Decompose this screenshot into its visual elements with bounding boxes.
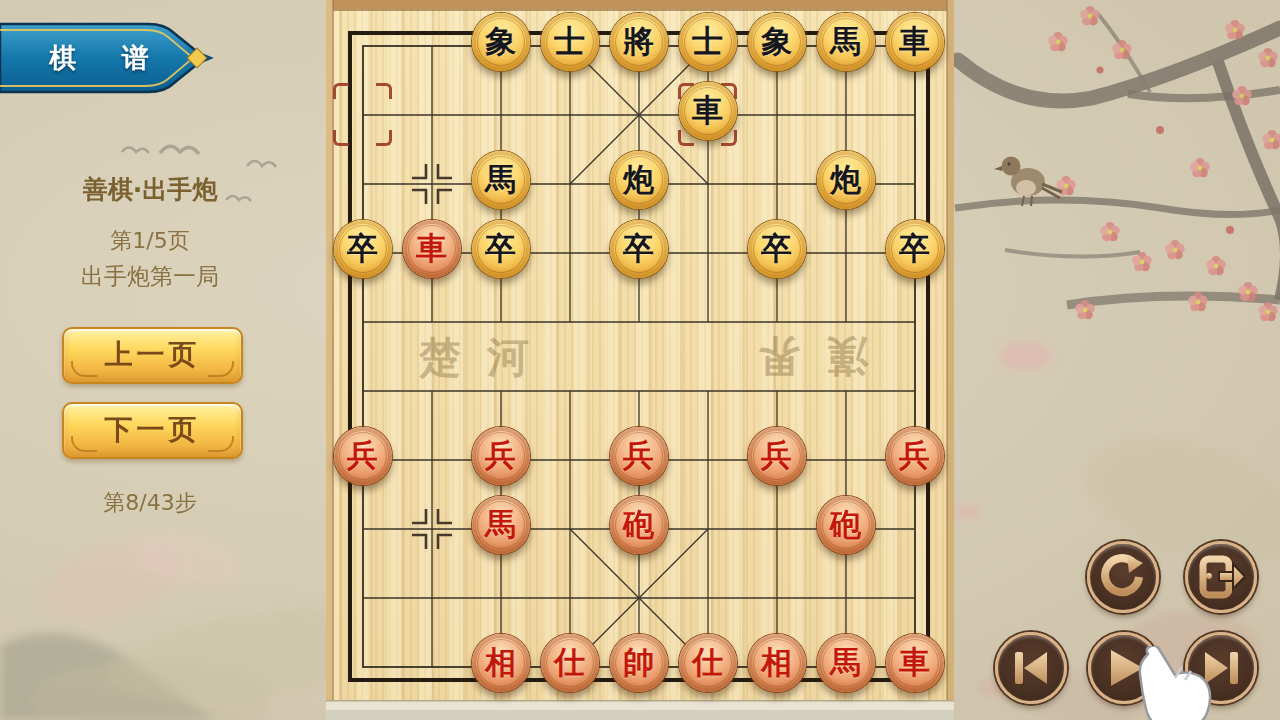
- board-point[interactable]: 卒: [466, 218, 535, 287]
- piece-glyph: 砲: [830, 509, 861, 540]
- page-indicator: 第1/5页: [0, 226, 300, 256]
- board-point[interactable]: 將: [604, 11, 673, 80]
- step-back-icon: [1008, 645, 1054, 691]
- piece-red-相[interactable]: 相: [748, 634, 806, 692]
- piece-red-砲[interactable]: 砲: [817, 496, 875, 554]
- piece-red-馬[interactable]: 馬: [472, 496, 530, 554]
- exit-button[interactable]: [1185, 541, 1257, 613]
- board-point[interactable]: 車: [673, 80, 742, 149]
- piece-black-士[interactable]: 士: [541, 13, 599, 71]
- piece-glyph: 將: [623, 26, 654, 57]
- board-point[interactable]: 馬: [466, 494, 535, 563]
- board-point[interactable]: 仕: [673, 632, 742, 701]
- scroll-ornament-icon: [208, 436, 234, 452]
- board-point[interactable]: 卒: [742, 218, 811, 287]
- piece-black-車[interactable]: 車: [679, 82, 737, 140]
- board-pieces[interactable]: 象士將士象馬車車馬炮炮卒車卒卒卒卒兵兵兵兵兵馬砲砲相仕帥仕相馬車: [328, 11, 949, 701]
- board-point[interactable]: 炮: [811, 149, 880, 218]
- piece-glyph: 車: [416, 233, 447, 264]
- scroll-ornament-icon: [71, 361, 97, 377]
- piece-black-炮[interactable]: 炮: [817, 151, 875, 209]
- board-point[interactable]: 馬: [466, 149, 535, 218]
- piece-black-馬[interactable]: 馬: [817, 13, 875, 71]
- board-point[interactable]: 兵: [604, 425, 673, 494]
- piece-glyph: 相: [761, 647, 792, 678]
- board-point[interactable]: 兵: [880, 425, 949, 494]
- piece-glyph: 象: [485, 26, 516, 57]
- piece-glyph: 仕: [554, 647, 585, 678]
- piece-black-卒[interactable]: 卒: [610, 220, 668, 278]
- board-point[interactable]: 兵: [328, 425, 397, 494]
- next-page-button[interactable]: 下一页: [62, 402, 243, 459]
- board-point[interactable]: 兵: [466, 425, 535, 494]
- board-point[interactable]: 象: [742, 11, 811, 80]
- step-indicator: 第8/43步: [0, 488, 300, 518]
- piece-glyph: 馬: [485, 164, 516, 195]
- piece-glyph: 兵: [623, 440, 654, 471]
- piece-glyph: 兵: [899, 440, 930, 471]
- piece-red-兵[interactable]: 兵: [886, 427, 944, 485]
- plum-blossoms: [1048, 6, 1280, 321]
- piece-glyph: 車: [692, 95, 723, 126]
- piece-glyph: 兵: [761, 440, 792, 471]
- board-point[interactable]: 車: [880, 632, 949, 701]
- step-forward-icon: [1198, 645, 1244, 691]
- step-forward-button[interactable]: [1185, 632, 1257, 704]
- board-point[interactable]: 炮: [604, 149, 673, 218]
- piece-glyph: 卒: [899, 233, 930, 264]
- board-point[interactable]: 士: [535, 11, 604, 80]
- piece-red-馬[interactable]: 馬: [817, 634, 875, 692]
- piece-glyph: 仕: [692, 647, 723, 678]
- piece-red-仕[interactable]: 仕: [679, 634, 737, 692]
- piece-black-卒[interactable]: 卒: [886, 220, 944, 278]
- piece-black-卒[interactable]: 卒: [334, 220, 392, 278]
- piece-glyph: 兵: [485, 440, 516, 471]
- piece-red-兵[interactable]: 兵: [748, 427, 806, 485]
- board-point[interactable]: 車: [880, 11, 949, 80]
- chess-manual-banner: 棋 谱: [0, 22, 212, 96]
- piece-black-象[interactable]: 象: [748, 13, 806, 71]
- piece-black-象[interactable]: 象: [472, 13, 530, 71]
- piece-glyph: 炮: [830, 164, 861, 195]
- scroll-ornament-icon: [71, 436, 97, 452]
- piece-glyph: 象: [761, 26, 792, 57]
- piece-red-兵[interactable]: 兵: [334, 427, 392, 485]
- exit-door-icon: [1197, 553, 1245, 601]
- piece-red-帥[interactable]: 帥: [610, 634, 668, 692]
- piece-glyph: 馬: [830, 26, 861, 57]
- piece-glyph: 卒: [347, 233, 378, 264]
- piece-black-士[interactable]: 士: [679, 13, 737, 71]
- piece-glyph: 馬: [830, 647, 861, 678]
- board-point[interactable]: 馬: [811, 11, 880, 80]
- wood-top-edge: [326, 0, 954, 9]
- board-point[interactable]: 相: [742, 632, 811, 701]
- next-page-label: 下一页: [105, 413, 201, 446]
- piece-glyph: 帥: [623, 647, 654, 678]
- board-point[interactable]: 卒: [328, 218, 397, 287]
- piece-glyph: 馬: [485, 509, 516, 540]
- piece-red-兵[interactable]: 兵: [610, 427, 668, 485]
- record-book-title: 善棋·出手炮: [0, 173, 300, 206]
- prev-page-button[interactable]: 上一页: [62, 327, 243, 384]
- piece-black-卒[interactable]: 卒: [748, 220, 806, 278]
- piece-glyph: 炮: [623, 164, 654, 195]
- piece-red-兵[interactable]: 兵: [472, 427, 530, 485]
- piece-black-卒[interactable]: 卒: [472, 220, 530, 278]
- piece-glyph: 砲: [623, 509, 654, 540]
- piece-glyph: 卒: [623, 233, 654, 264]
- board-point[interactable]: 象: [466, 11, 535, 80]
- piece-black-馬[interactable]: 馬: [472, 151, 530, 209]
- play-icon: [1101, 645, 1147, 691]
- board-point[interactable]: 帥: [604, 632, 673, 701]
- play-button[interactable]: [1088, 632, 1160, 704]
- step-back-button[interactable]: [995, 632, 1067, 704]
- piece-red-車[interactable]: 車: [403, 220, 461, 278]
- last-move-origin-marker: [328, 80, 397, 149]
- piece-red-相[interactable]: 相: [472, 634, 530, 692]
- prev-page-label: 上一页: [105, 338, 201, 371]
- board-point[interactable]: 卒: [880, 218, 949, 287]
- banner-title: 棋 谱: [24, 40, 174, 76]
- sidebar: 棋 谱 善棋·出手炮 第1/5页 出手炮第一局 上一页 下一页 第8/43步: [0, 0, 326, 720]
- piece-black-炮[interactable]: 炮: [610, 151, 668, 209]
- piece-glyph: 車: [899, 647, 930, 678]
- piece-glyph: 卒: [761, 233, 792, 264]
- board-point[interactable]: 砲: [811, 494, 880, 563]
- piece-red-車[interactable]: 車: [886, 634, 944, 692]
- piece-black-將[interactable]: 將: [610, 13, 668, 71]
- board-point[interactable]: 兵: [742, 425, 811, 494]
- piece-red-砲[interactable]: 砲: [610, 496, 668, 554]
- scroll-ornament-icon: [208, 361, 234, 377]
- board-point[interactable]: 相: [466, 632, 535, 701]
- restart-button[interactable]: [1087, 541, 1159, 613]
- app-root: 楚河 漢界 象士將士象馬車車馬炮炮卒車卒卒卒卒兵兵兵兵兵馬砲砲相仕帥仕相馬車 棋…: [0, 0, 1280, 720]
- record-name: 出手炮第一局: [0, 261, 300, 292]
- piece-glyph: 士: [554, 26, 585, 57]
- board-point[interactable]: 車: [397, 218, 466, 287]
- board-point[interactable]: 卒: [604, 218, 673, 287]
- piece-glyph: 士: [692, 26, 723, 57]
- piece-glyph: 卒: [485, 233, 516, 264]
- piece-black-車[interactable]: 車: [886, 13, 944, 71]
- piece-red-仕[interactable]: 仕: [541, 634, 599, 692]
- piece-glyph: 車: [899, 26, 930, 57]
- board-point[interactable]: 仕: [535, 632, 604, 701]
- board-point[interactable]: 士: [673, 11, 742, 80]
- board-point[interactable]: 砲: [604, 494, 673, 563]
- restart-arrow-icon: [1099, 553, 1147, 601]
- board-point[interactable]: 馬: [811, 632, 880, 701]
- piece-glyph: 兵: [347, 440, 378, 471]
- piece-glyph: 相: [485, 647, 516, 678]
